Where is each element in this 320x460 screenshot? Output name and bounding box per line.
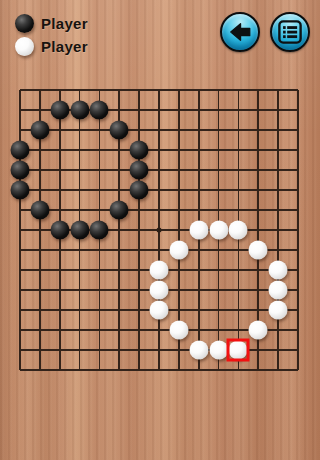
white-stone <box>209 341 228 360</box>
black-stone <box>130 181 149 200</box>
player-white-row: Player <box>15 36 88 56</box>
last-move-highlight <box>227 339 250 362</box>
white-stone <box>269 281 288 300</box>
white-stone <box>249 241 268 260</box>
menu-button[interactable] <box>270 12 310 52</box>
white-stone <box>189 221 208 240</box>
white-stone <box>209 221 228 240</box>
white-stone <box>269 301 288 320</box>
white-stone <box>169 241 188 260</box>
black-stone <box>130 141 149 160</box>
gomoku-board[interactable] <box>20 90 298 370</box>
black-stone <box>70 101 89 120</box>
white-stone <box>150 261 169 280</box>
player-black-row: Player <box>15 13 88 33</box>
white-stone-icon <box>15 37 34 56</box>
black-stone <box>90 101 109 120</box>
white-stone <box>229 221 248 240</box>
black-stone <box>70 221 89 240</box>
grid-line-horizontal <box>20 369 298 371</box>
player-white-label: Player <box>41 38 88 55</box>
menu-list-icon <box>277 19 303 45</box>
white-stone <box>269 261 288 280</box>
black-stone <box>110 121 129 140</box>
white-stone <box>150 301 169 320</box>
black-stone <box>50 101 69 120</box>
black-stone <box>30 121 49 140</box>
white-stone <box>249 321 268 340</box>
black-stone-icon <box>15 14 34 33</box>
black-stone <box>50 221 69 240</box>
black-stone <box>110 201 129 220</box>
white-stone <box>169 321 188 340</box>
star-point <box>157 228 162 233</box>
black-stone <box>11 161 30 180</box>
black-stone <box>90 221 109 240</box>
grid-line-vertical <box>277 90 279 370</box>
grid-line-horizontal <box>20 349 298 351</box>
player-black-label: Player <box>41 15 88 32</box>
back-button[interactable] <box>220 12 260 52</box>
black-stone <box>11 141 30 160</box>
white-stone <box>189 341 208 360</box>
app-screen: Player Player <box>0 0 320 460</box>
black-stone <box>130 161 149 180</box>
grid-line-vertical <box>297 90 299 370</box>
black-stone <box>11 181 30 200</box>
back-arrow-icon <box>227 19 253 45</box>
white-stone <box>150 281 169 300</box>
black-stone <box>30 201 49 220</box>
